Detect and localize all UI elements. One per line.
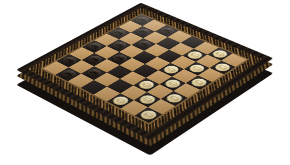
board-box: ⛂⛂⛀⛂⛀⛀⛂⛂⛀⛂⛀⛀⛂⛂⛀⛂⛀⛀⛂⛂⛀⛂⛀⛀	[16, 3, 273, 141]
product-photo-canvas: ⛂⛂⛀⛂⛀⛀⛂⛂⛀⛂⛀⛀⛂⛂⛀⛂⛀⛀⛂⛂⛀⛂⛀⛀	[0, 0, 290, 165]
white-man-a1[interactable]: ⛀	[138, 109, 159, 121]
decorative-border: ⛂⛂⛀⛂⛀⛀⛂⛂⛀⛂⛀⛀⛂⛂⛀⛂⛀⛀⛂⛂⛀⛂⛀⛀	[28, 8, 263, 133]
board-top-face: ⛂⛂⛀⛂⛀⛀⛂⛂⛀⛂⛀⛀⛂⛂⛀⛂⛀⛀⛂⛂⛀⛂⛀⛀	[16, 3, 273, 141]
